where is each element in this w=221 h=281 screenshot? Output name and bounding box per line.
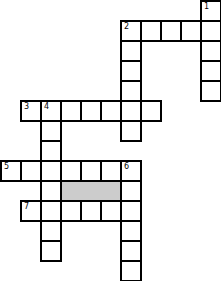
clue-number-3: 3 xyxy=(24,102,29,111)
cell-r5-c7[interactable] xyxy=(140,100,162,122)
cell-r10-c6[interactable] xyxy=(120,200,142,222)
cell-r13-c6[interactable] xyxy=(120,260,142,281)
cell-r1-c7[interactable] xyxy=(140,20,162,42)
cell-r5-c1[interactable]: 3 xyxy=(20,100,42,122)
cell-r8-c4[interactable] xyxy=(80,160,102,182)
clue-number-5: 5 xyxy=(4,162,9,171)
cell-r8-c0[interactable]: 5 xyxy=(0,160,22,182)
cell-r4-c6[interactable] xyxy=(120,80,142,102)
clue-number-6: 6 xyxy=(124,162,129,171)
cell-r12-c2[interactable] xyxy=(40,240,62,262)
cell-r5-c3[interactable] xyxy=(60,100,82,122)
cell-r3-c10[interactable] xyxy=(200,60,221,82)
cell-r11-c6[interactable] xyxy=(120,220,142,242)
cell-r5-c6[interactable] xyxy=(120,100,142,122)
clue-number-2: 2 xyxy=(124,22,129,31)
cell-r5-c4[interactable] xyxy=(80,100,102,122)
clue-number-4: 4 xyxy=(44,102,49,111)
cell-r3-c6[interactable] xyxy=(120,60,142,82)
cell-r1-c9[interactable] xyxy=(180,20,202,42)
cell-r7-c2[interactable] xyxy=(40,140,62,162)
cell-r10-c3[interactable] xyxy=(60,200,82,222)
cell-r8-c3[interactable] xyxy=(60,160,82,182)
clue-number-7: 7 xyxy=(24,202,29,211)
cell-r1-c10[interactable] xyxy=(200,20,221,42)
cell-r2-c6[interactable] xyxy=(120,40,142,62)
cell-r1-c8[interactable] xyxy=(160,20,182,42)
blocked-cells-r9-c3 xyxy=(60,180,122,202)
cell-r8-c6[interactable]: 6 xyxy=(120,160,142,182)
cell-r10-c5[interactable] xyxy=(100,200,122,222)
cell-r8-c5[interactable] xyxy=(100,160,122,182)
cell-r12-c6[interactable] xyxy=(120,240,142,262)
cell-r11-c2[interactable] xyxy=(40,220,62,242)
clue-number-1: 1 xyxy=(204,2,209,11)
cell-r10-c1[interactable]: 7 xyxy=(20,200,42,222)
crossword-board: 1234567 xyxy=(0,0,221,281)
cell-r1-c6[interactable]: 2 xyxy=(120,20,142,42)
cell-r0-c10[interactable]: 1 xyxy=(200,0,221,22)
cell-r9-c2[interactable] xyxy=(40,180,62,202)
cell-r4-c10[interactable] xyxy=(200,80,221,102)
cell-r6-c6[interactable] xyxy=(120,120,142,142)
cell-r6-c2[interactable] xyxy=(40,120,62,142)
cell-r2-c10[interactable] xyxy=(200,40,221,62)
cell-r5-c5[interactable] xyxy=(100,100,122,122)
cell-r8-c2[interactable] xyxy=(40,160,62,182)
cell-r8-c1[interactable] xyxy=(20,160,42,182)
cell-r9-c6[interactable] xyxy=(120,180,142,202)
cell-r10-c2[interactable] xyxy=(40,200,62,222)
cell-r5-c2[interactable]: 4 xyxy=(40,100,62,122)
cell-r10-c4[interactable] xyxy=(80,200,102,222)
